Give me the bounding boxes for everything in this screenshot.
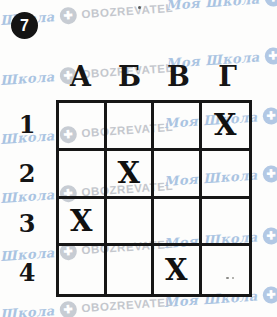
cell-r1-c1[interactable] [59, 103, 107, 151]
column-header-a: А [56, 61, 105, 92]
cell-r4-c4[interactable] [202, 246, 250, 294]
cell-r3-c3[interactable] [154, 199, 202, 247]
cell-r1-c2[interactable] [107, 103, 155, 151]
cell-r2-c2[interactable]: X [107, 151, 155, 199]
cell-r2-c4[interactable] [202, 151, 250, 199]
cell-r3-c2[interactable] [107, 199, 155, 247]
column-header-v: В [154, 61, 203, 92]
row-label-4: 4 [12, 248, 42, 297]
scan-speck [226, 277, 229, 279]
cell-r2-c1[interactable] [59, 151, 107, 199]
row-label-2: 2 [12, 149, 42, 198]
row-label-1: 1 [12, 100, 42, 149]
cell-r3-c1[interactable]: X [59, 199, 107, 247]
column-header-b: Б [105, 61, 154, 92]
cell-r1-c3[interactable] [154, 103, 202, 151]
cell-r1-c4[interactable]: X [202, 103, 250, 151]
column-headers: А Б В Г [56, 61, 252, 92]
task-number-badge: 7 [11, 12, 38, 39]
row-label-3: 3 [12, 199, 42, 248]
column-header-g: Г [203, 61, 252, 92]
puzzle-grid: X X X X [56, 100, 252, 297]
cell-r4-c2[interactable] [107, 246, 155, 294]
scan-speck [138, 6, 141, 9]
cell-r2-c3[interactable] [154, 151, 202, 199]
puzzle-content: 7 А Б В Г 1 2 3 4 X X X X [0, 0, 277, 317]
cell-r4-c3[interactable]: X [154, 246, 202, 294]
row-labels: 1 2 3 4 [12, 100, 42, 297]
cell-r4-c1[interactable] [59, 246, 107, 294]
cell-r3-c4[interactable] [202, 199, 250, 247]
